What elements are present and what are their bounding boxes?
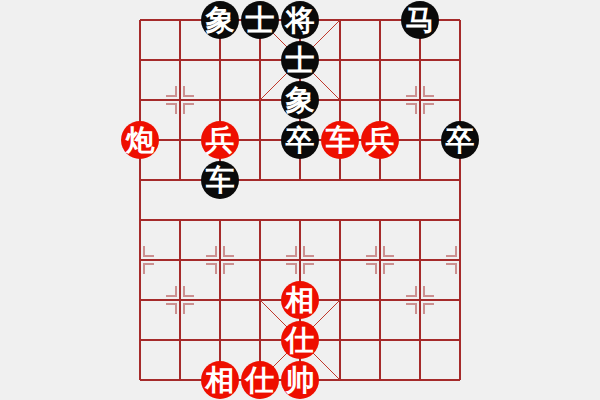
piece-red-chariot[interactable]: 车 — [321, 121, 359, 159]
piece-black-soldier[interactable]: 卒 — [281, 121, 319, 159]
piece-black-chariot[interactable]: 车 — [201, 161, 239, 199]
piece-black-elephant[interactable]: 象 — [281, 81, 319, 119]
piece-black-horse[interactable]: 马 — [401, 1, 439, 39]
piece-red-cannon[interactable]: 炮 — [121, 121, 159, 159]
piece-black-advisor[interactable]: 士 — [281, 41, 319, 79]
piece-red-elephant[interactable]: 相 — [201, 361, 239, 399]
piece-black-elephant[interactable]: 象 — [201, 1, 239, 39]
piece-red-advisor[interactable]: 仕 — [241, 361, 279, 399]
piece-black-advisor[interactable]: 士 — [241, 1, 279, 39]
xiangqi-board-screen: 象士将马士象炮兵卒车兵卒车相仕相仕帅 — [0, 0, 600, 400]
piece-red-soldier[interactable]: 兵 — [201, 121, 239, 159]
piece-red-general[interactable]: 帅 — [281, 361, 319, 399]
pieces-layer: 象士将马士象炮兵卒车兵卒车相仕相仕帅 — [0, 0, 600, 400]
piece-black-soldier[interactable]: 卒 — [441, 121, 479, 159]
piece-red-elephant[interactable]: 相 — [281, 281, 319, 319]
piece-black-general[interactable]: 将 — [281, 1, 319, 39]
piece-red-soldier[interactable]: 兵 — [361, 121, 399, 159]
piece-red-advisor[interactable]: 仕 — [281, 321, 319, 359]
